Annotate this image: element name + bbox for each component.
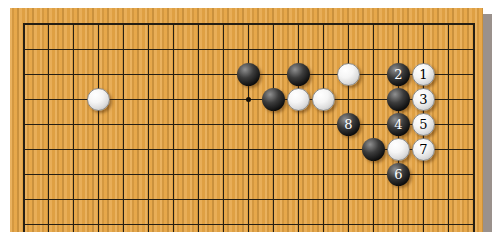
stone-black-K17: [237, 63, 260, 86]
stone-white-R17: 1: [412, 63, 435, 86]
stone-black-M17: [287, 63, 310, 86]
move-number: 2: [394, 63, 402, 86]
stone-white-D16: [87, 88, 110, 111]
stone-white-O17: [337, 63, 360, 86]
stone-white-R15: 5: [412, 113, 435, 136]
grid-line-vertical: [198, 23, 199, 232]
stone-black-L16: [262, 88, 285, 111]
stone-black-Q15: 4: [387, 113, 410, 136]
grid-line-vertical: [148, 23, 149, 232]
move-number: 5: [419, 113, 427, 136]
grid-line-horizontal: [23, 23, 475, 25]
grid-line-vertical: [98, 23, 99, 232]
grid-line-vertical: [298, 23, 299, 232]
grid-line-vertical: [248, 23, 249, 232]
move-number: 3: [419, 88, 427, 111]
grid-line-horizontal: [23, 49, 475, 50]
move-number: 4: [394, 113, 402, 136]
star-point: [246, 97, 251, 102]
grid-line-vertical: [123, 23, 124, 232]
grid-line-vertical: [48, 23, 49, 232]
stone-white-R14: 7: [412, 138, 435, 161]
grid-line-vertical: [223, 23, 224, 232]
grid-line-vertical: [73, 23, 74, 232]
stone-white-M16: [287, 88, 310, 111]
go-board[interactable]: 21384576: [10, 8, 483, 232]
stone-black-Q17: 2: [387, 63, 410, 86]
grid-line-vertical: [323, 23, 324, 232]
stone-white-R16: 3: [412, 88, 435, 111]
grid-line-vertical: [448, 23, 449, 232]
stone-white-N16: [312, 88, 335, 111]
move-number: 1: [419, 63, 427, 86]
stone-white-Q14: [387, 138, 410, 161]
stone-black-P14: [362, 138, 385, 161]
move-number: 6: [394, 163, 402, 186]
grid-line-vertical: [473, 23, 475, 232]
grid-line-vertical: [173, 23, 174, 232]
grid-line-horizontal: [23, 199, 475, 200]
stone-black-Q16: [387, 88, 410, 111]
page-background: 21384576: [0, 0, 500, 232]
grid-line-vertical: [273, 23, 274, 232]
grid-line-vertical: [373, 23, 374, 232]
board-shadow: [483, 14, 492, 232]
stone-black-O15: 8: [337, 113, 360, 136]
move-number: 8: [344, 113, 352, 136]
stone-black-Q13: 6: [387, 163, 410, 186]
grid-line-vertical: [23, 23, 25, 232]
move-number: 7: [419, 138, 427, 161]
grid-line-horizontal: [23, 224, 475, 225]
